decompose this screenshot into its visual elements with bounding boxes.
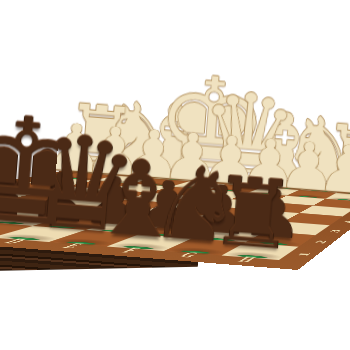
- camera-tilt-wrapper: ♜♞♝♚♛♝♞♜♟♟♟♟♟♟♟♟♟♟♟♟♟♟♟♟♜♞♝♚♛♝♞♜ ABCDEFG…: [0, 0, 350, 350]
- chess-set-photo: ♜♞♝♚♛♝♞♜♟♟♟♟♟♟♟♟♟♟♟♟♟♟♟♟♜♞♝♚♛♝♞♜ ABCDEFG…: [0, 0, 350, 350]
- square-d1: ♚: [0, 226, 86, 242]
- perspective-wrapper: ♜♞♝♚♛♝♞♜♟♟♟♟♟♟♟♟♟♟♟♟♟♟♟♟♜♞♝♚♛♝♞♜ ABCDEFG…: [0, 0, 340, 270]
- black-king: ♚: [0, 92, 174, 251]
- chess-board: ♜♞♝♚♛♝♞♜♟♟♟♟♟♟♟♟♟♟♟♟♟♟♟♟♜♞♝♚♛♝♞♜ ABCDEFG…: [0, 165, 350, 270]
- board-squares: ♜♞♝♚♛♝♞♜♟♟♟♟♟♟♟♟♟♟♟♟♟♟♟♟♜♞♝♚♛♝♞♜: [0, 168, 350, 260]
